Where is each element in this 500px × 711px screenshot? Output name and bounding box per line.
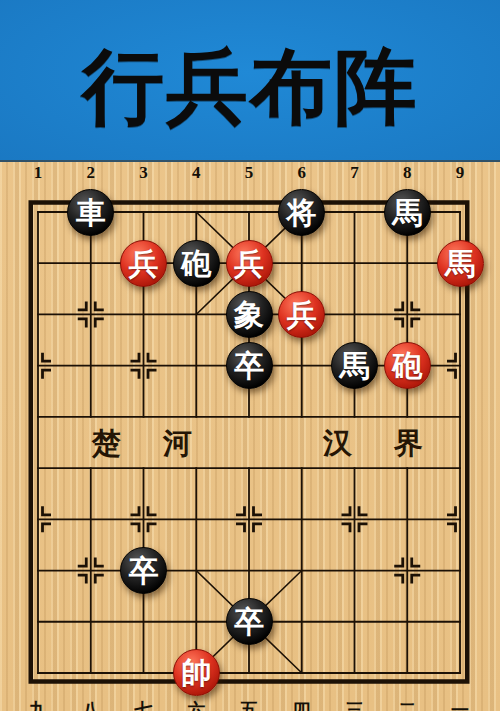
- river-label-right: 汉 界: [323, 427, 439, 459]
- piece-glyph-black-soldier-2: 卒: [129, 547, 159, 594]
- piece-black-soldier-1[interactable]: 卒: [226, 342, 273, 389]
- piece-black-elephant[interactable]: 象: [226, 291, 273, 338]
- piece-black-horse-2[interactable]: 馬: [331, 342, 378, 389]
- bottom-coord-2: 八: [78, 700, 104, 711]
- piece-black-cannon[interactable]: 砲: [173, 240, 220, 287]
- bottom-coord-8: 二: [394, 700, 420, 711]
- piece-glyph-red-cannon: 砲: [392, 342, 422, 389]
- piece-red-cannon[interactable]: 砲: [384, 342, 431, 389]
- piece-glyph-red-soldier-2: 兵: [234, 240, 264, 287]
- piece-red-horse[interactable]: 馬: [437, 240, 484, 287]
- piece-glyph-black-elephant: 象: [234, 291, 264, 338]
- piece-glyph-black-soldier-3: 卒: [234, 598, 264, 645]
- piece-glyph-black-chariot: 車: [76, 189, 106, 236]
- piece-black-soldier-2[interactable]: 卒: [120, 547, 167, 594]
- piece-glyph-black-horse-1: 馬: [392, 189, 422, 236]
- piece-glyph-red-soldier-3: 兵: [287, 291, 317, 338]
- piece-red-soldier-3[interactable]: 兵: [278, 291, 325, 338]
- piece-black-horse-1[interactable]: 馬: [384, 189, 431, 236]
- piece-glyph-red-general: 帥: [181, 649, 211, 696]
- piece-black-chariot[interactable]: 車: [67, 189, 114, 236]
- bottom-coord-3: 七: [131, 700, 157, 711]
- piece-glyph-black-general: 将: [287, 189, 317, 236]
- bottom-coord-6: 四: [289, 700, 315, 711]
- bottom-coord-5: 五: [236, 700, 262, 711]
- river-label-left: 楚 河: [92, 427, 208, 459]
- bottom-coord-4: 六: [183, 700, 209, 711]
- piece-glyph-black-cannon: 砲: [181, 240, 211, 287]
- piece-red-general[interactable]: 帥: [173, 649, 220, 696]
- bottom-coord-7: 三: [342, 700, 368, 711]
- piece-glyph-red-soldier-1: 兵: [129, 240, 159, 287]
- piece-glyph-black-soldier-1: 卒: [234, 342, 264, 389]
- piece-black-general[interactable]: 将: [278, 189, 325, 236]
- piece-glyph-red-horse: 馬: [445, 240, 475, 287]
- piece-black-soldier-3[interactable]: 卒: [226, 598, 273, 645]
- bottom-coord-1: 九: [25, 700, 51, 711]
- bottom-coord-9: 一: [447, 700, 473, 711]
- piece-red-soldier-2[interactable]: 兵: [226, 240, 273, 287]
- piece-glyph-black-horse-2: 馬: [340, 342, 370, 389]
- piece-red-soldier-1[interactable]: 兵: [120, 240, 167, 287]
